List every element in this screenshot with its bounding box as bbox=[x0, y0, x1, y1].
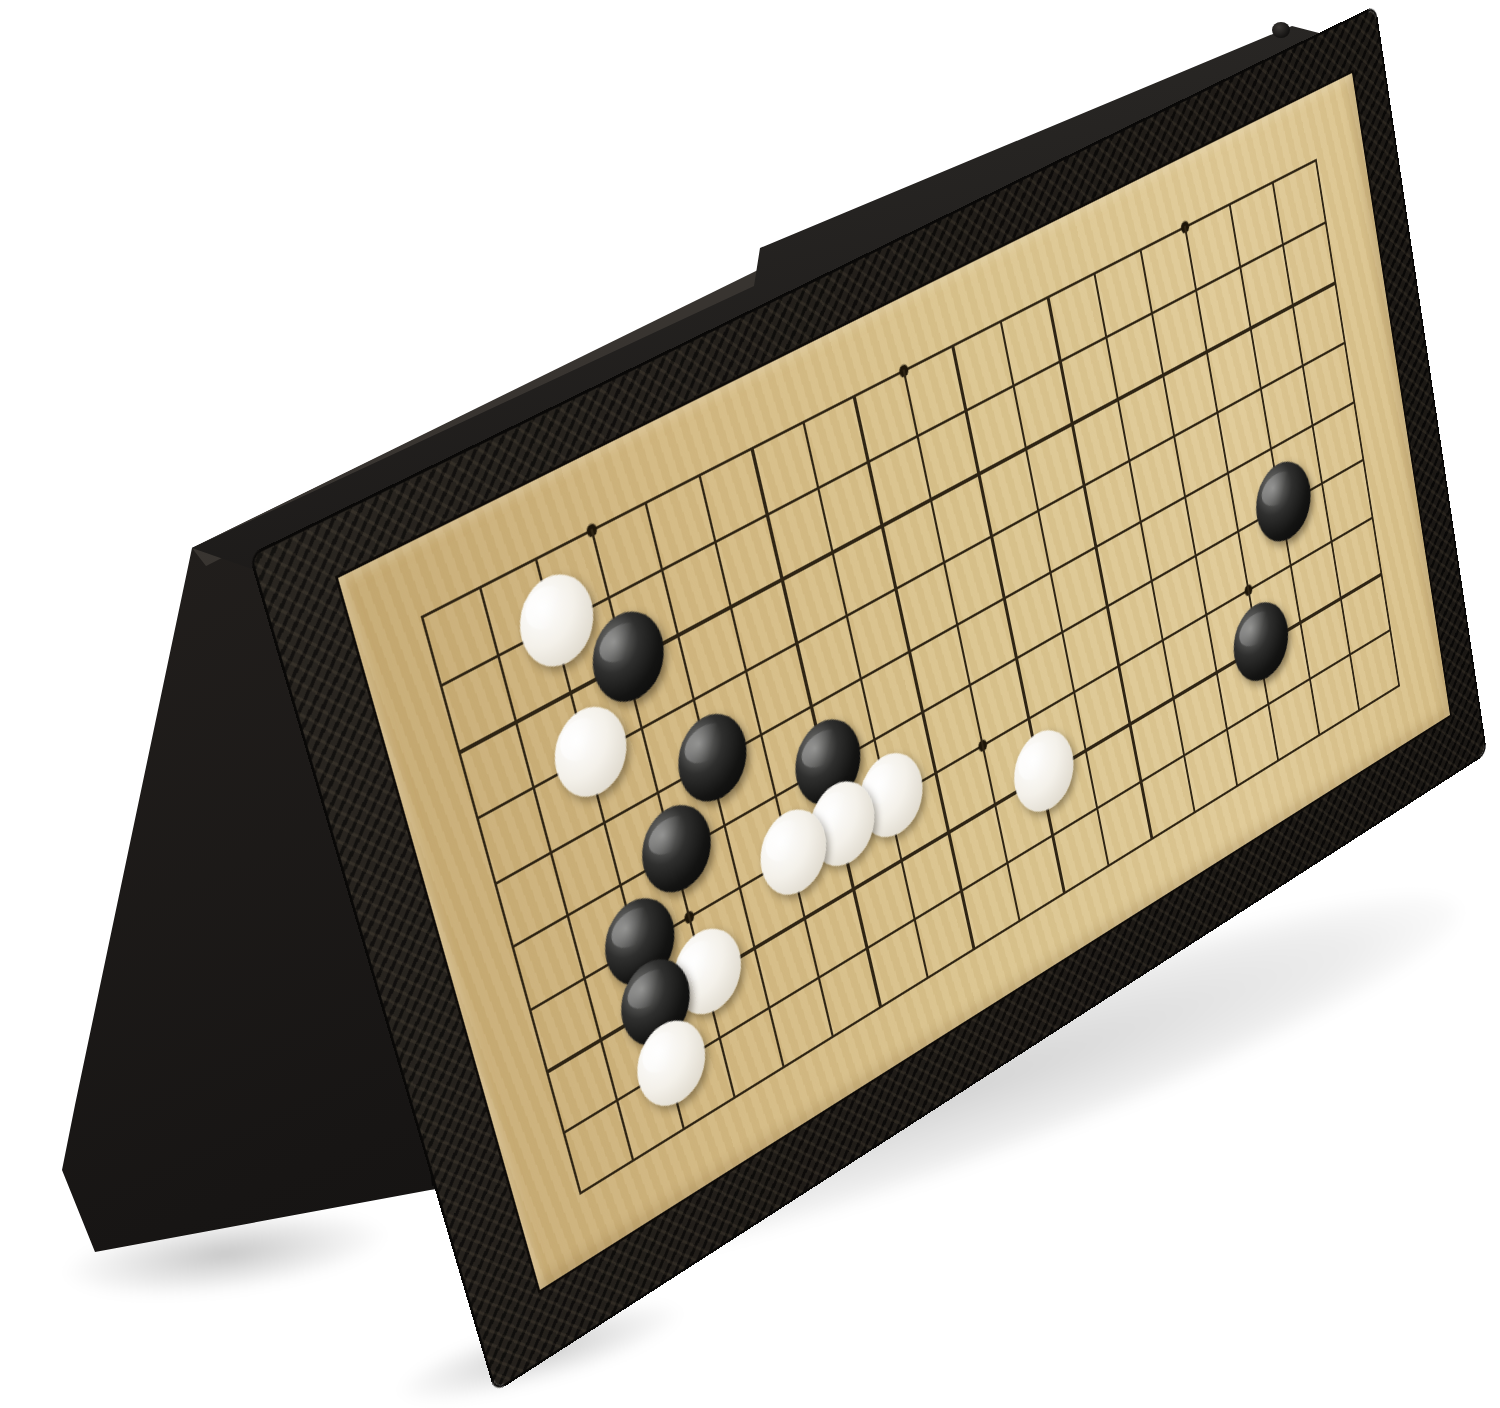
star-point-D10 bbox=[585, 522, 598, 539]
go-board-near-half bbox=[338, 73, 1450, 1290]
star-point-D4 bbox=[683, 909, 695, 925]
star-point-Q4 bbox=[1244, 583, 1253, 598]
star-point-Q10 bbox=[1180, 220, 1190, 235]
star-point-K4 bbox=[977, 738, 988, 753]
hinge-pin bbox=[1272, 22, 1290, 38]
product-photo-stage bbox=[0, 0, 1500, 1408]
star-point-K10 bbox=[898, 363, 909, 379]
